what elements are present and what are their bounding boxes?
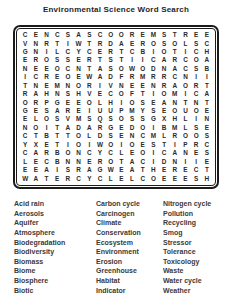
grid-cell-r4c7[interactable]: R xyxy=(84,56,95,64)
grid-cell-r10c13[interactable]: S xyxy=(148,107,159,115)
grid-cell-r5c5[interactable]: C xyxy=(63,65,74,73)
grid-cell-r13c1[interactable]: C xyxy=(20,132,31,140)
grid-cell-r9c2[interactable]: R xyxy=(31,99,42,107)
grid-cell-r14c4[interactable]: T xyxy=(52,141,63,149)
grid-cell-r10c14[interactable]: E xyxy=(159,107,170,115)
grid-cell-r17c11[interactable]: A xyxy=(127,166,138,174)
grid-cell-r5c9[interactable]: S xyxy=(105,65,116,73)
grid-cell-r12c5[interactable]: A xyxy=(63,124,74,132)
grid-cell-r14c3[interactable]: E xyxy=(41,141,52,149)
grid-cell-r9c8[interactable]: L xyxy=(95,99,106,107)
grid-cell-r1c15[interactable]: T xyxy=(169,31,180,39)
grid-cell-r4c17[interactable]: O xyxy=(191,56,202,64)
grid-cell-r15c7[interactable]: C xyxy=(84,149,95,157)
grid-cell-r10c9[interactable]: U xyxy=(105,107,116,115)
grid-cell-r15c1[interactable]: C xyxy=(20,149,31,157)
grid-cell-r13c3[interactable]: B xyxy=(41,132,52,140)
grid-cell-r11c8[interactable]: Q xyxy=(95,115,106,123)
grid-cell-r12c2[interactable]: O xyxy=(31,124,42,132)
grid-cell-r17c10[interactable]: E xyxy=(116,166,127,174)
grid-cell-r11c7[interactable]: S xyxy=(84,115,95,123)
grid-cell-r8c16[interactable]: I xyxy=(180,90,191,98)
grid-cell-r3c3[interactable]: I xyxy=(41,48,52,56)
grid-cell-r17c12[interactable]: T xyxy=(137,166,148,174)
grid-cell-r16c17[interactable]: I xyxy=(191,158,202,166)
grid-cell-r5c2[interactable]: E xyxy=(31,65,42,73)
grid-cell-r3c15[interactable]: T xyxy=(169,48,180,56)
grid-cell-r18c18[interactable]: H xyxy=(202,175,213,183)
grid-cell-r13c16[interactable]: O xyxy=(180,132,191,140)
grid-cell-r2c18[interactable]: C xyxy=(202,40,213,48)
grid-cell-r11c6[interactable]: M xyxy=(73,115,84,123)
grid-cell-r5c16[interactable]: C xyxy=(180,65,191,73)
grid-cell-r1c1[interactable]: C xyxy=(20,31,31,39)
grid-cell-r17c15[interactable]: R xyxy=(169,166,180,174)
grid-cell-r1c18[interactable]: E xyxy=(202,31,213,39)
grid-cell-r12c11[interactable]: D xyxy=(127,124,138,132)
grid-cell-r1c13[interactable]: M xyxy=(148,31,159,39)
grid-cell-r7c11[interactable]: E xyxy=(127,82,138,90)
grid-cell-r17c18[interactable]: T xyxy=(202,166,213,174)
grid-cell-r9c5[interactable]: E xyxy=(63,99,74,107)
grid-cell-r10c12[interactable]: Y xyxy=(137,107,148,115)
grid-cell-r1c2[interactable]: E xyxy=(31,31,42,39)
grid-cell-r14c18[interactable]: C xyxy=(202,141,213,149)
grid-cell-r11c12[interactable]: S xyxy=(137,115,148,123)
grid-cell-r3c1[interactable]: G xyxy=(20,48,31,56)
grid-cell-r8c15[interactable]: M xyxy=(169,90,180,98)
grid-cell-r14c7[interactable]: I xyxy=(84,141,95,149)
grid-cell-r18c2[interactable]: A xyxy=(31,175,42,183)
grid-cell-r3c11[interactable]: C xyxy=(127,48,138,56)
grid-cell-r4c4[interactable]: S xyxy=(52,56,63,64)
grid-cell-r2c14[interactable]: S xyxy=(159,40,170,48)
grid-cell-r18c4[interactable]: E xyxy=(52,175,63,183)
grid-cell-r9c7[interactable]: O xyxy=(84,99,95,107)
grid-cell-r4c16[interactable]: C xyxy=(180,56,191,64)
grid-cell-r9c6[interactable]: E xyxy=(73,99,84,107)
grid-cell-r15c4[interactable]: B xyxy=(52,149,63,157)
grid-cell-r5c6[interactable]: N xyxy=(73,65,84,73)
grid-cell-r12c4[interactable]: T xyxy=(52,124,63,132)
grid-cell-r9c15[interactable]: N xyxy=(169,99,180,107)
grid-cell-r7c15[interactable]: A xyxy=(169,82,180,90)
grid-cell-r3c4[interactable]: L xyxy=(52,48,63,56)
grid-cell-r1c17[interactable]: E xyxy=(191,31,202,39)
grid-cell-r6c12[interactable]: M xyxy=(137,73,148,81)
grid-cell-r15c9[interactable]: C xyxy=(105,149,116,157)
grid-cell-r6c10[interactable]: F xyxy=(116,73,127,81)
grid-cell-r15c6[interactable]: N xyxy=(73,149,84,157)
grid-cell-r15c14[interactable]: C xyxy=(159,149,170,157)
grid-cell-r14c1[interactable]: Y xyxy=(20,141,31,149)
grid-cell-r8c12[interactable]: T xyxy=(137,90,148,98)
grid-cell-r3c2[interactable]: N xyxy=(31,48,42,56)
grid-cell-r14c15[interactable]: I xyxy=(169,141,180,149)
grid-cell-r2c13[interactable]: O xyxy=(148,40,159,48)
grid-cell-r13c17[interactable]: O xyxy=(191,132,202,140)
grid-cell-r10c1[interactable]: G xyxy=(20,107,31,115)
grid-cell-r7c16[interactable]: O xyxy=(180,82,191,90)
grid-cell-r17c5[interactable]: S xyxy=(63,166,74,174)
grid-cell-r14c13[interactable]: S xyxy=(148,141,159,149)
grid-cell-r17c8[interactable]: G xyxy=(95,166,106,174)
grid-cell-r1c6[interactable]: A xyxy=(73,31,84,39)
grid-cell-r7c12[interactable]: E xyxy=(137,82,148,90)
grid-cell-r10c16[interactable]: U xyxy=(180,107,191,115)
grid-cell-r1c10[interactable]: O xyxy=(116,31,127,39)
grid-cell-r4c5[interactable]: S xyxy=(63,56,74,64)
grid-cell-r16c13[interactable]: I xyxy=(148,158,159,166)
grid-cell-r6c4[interactable]: E xyxy=(52,73,63,81)
grid-cell-r18c3[interactable]: T xyxy=(41,175,52,183)
grid-cell-r11c4[interactable]: S xyxy=(52,115,63,123)
grid-cell-r18c9[interactable]: L xyxy=(105,175,116,183)
grid-cell-r9c1[interactable]: O xyxy=(20,99,31,107)
grid-cell-r6c1[interactable]: I xyxy=(20,73,31,81)
grid-cell-r8c18[interactable]: A xyxy=(202,90,213,98)
grid-cell-r18c15[interactable]: E xyxy=(169,175,180,183)
grid-cell-r7c13[interactable]: N xyxy=(148,82,159,90)
grid-cell-r11c14[interactable]: X xyxy=(159,115,170,123)
grid-cell-r13c9[interactable]: S xyxy=(105,132,116,140)
grid-cell-r2c16[interactable]: L xyxy=(180,40,191,48)
grid-cell-r18c6[interactable]: C xyxy=(73,175,84,183)
grid-cell-r6c9[interactable]: D xyxy=(105,73,116,81)
grid-cell-r16c18[interactable]: E xyxy=(202,158,213,166)
grid-cell-r4c12[interactable]: I xyxy=(137,56,148,64)
grid-cell-r18c8[interactable]: C xyxy=(95,175,106,183)
grid-cell-r10c7[interactable]: I xyxy=(84,107,95,115)
grid-cell-r11c15[interactable]: H xyxy=(169,115,180,123)
grid-cell-r2c6[interactable]: W xyxy=(73,40,84,48)
grid-cell-r6c8[interactable]: A xyxy=(95,73,106,81)
grid-cell-r7c8[interactable]: I xyxy=(95,82,106,90)
grid-cell-r6c11[interactable]: R xyxy=(127,73,138,81)
grid-cell-r12c17[interactable]: S xyxy=(191,124,202,132)
grid-cell-r15c11[interactable]: E xyxy=(127,149,138,157)
grid-cell-r17c2[interactable]: E xyxy=(31,166,42,174)
grid-cell-r16c12[interactable]: C xyxy=(137,158,148,166)
grid-cell-r16c5[interactable]: N xyxy=(63,158,74,166)
grid-cell-r5c10[interactable]: O xyxy=(116,65,127,73)
grid-cell-r18c13[interactable]: O xyxy=(148,175,159,183)
grid-cell-r17c1[interactable]: E xyxy=(20,166,31,174)
grid-cell-r6c15[interactable]: C xyxy=(169,73,180,81)
grid-cell-r6c7[interactable]: W xyxy=(84,73,95,81)
grid-cell-r16c15[interactable]: N xyxy=(169,158,180,166)
grid-cell-r14c11[interactable]: O xyxy=(127,141,138,149)
grid-cell-r12c8[interactable]: R xyxy=(95,124,106,132)
grid-cell-r16c10[interactable]: T xyxy=(116,158,127,166)
grid-cell-r2c8[interactable]: R xyxy=(95,40,106,48)
grid-cell-r10c10[interactable]: P xyxy=(116,107,127,115)
grid-cell-r2c1[interactable]: V xyxy=(20,40,31,48)
grid-cell-r7c1[interactable]: T xyxy=(20,82,31,90)
grid-cell-r13c14[interactable]: L xyxy=(159,132,170,140)
grid-cell-r16c8[interactable]: R xyxy=(95,158,106,166)
grid-cell-r9c12[interactable]: S xyxy=(137,99,148,107)
grid-cell-r6c13[interactable]: R xyxy=(148,73,159,81)
grid-cell-r8c6[interactable]: H xyxy=(73,90,84,98)
grid-cell-r11c3[interactable]: O xyxy=(41,115,52,123)
grid-cell-r6c16[interactable]: N xyxy=(180,73,191,81)
grid-cell-r7c4[interactable]: M xyxy=(52,82,63,90)
grid-cell-r11c5[interactable]: V xyxy=(63,115,74,123)
grid-cell-r8c1[interactable]: R xyxy=(20,90,31,98)
grid-cell-r5c14[interactable]: N xyxy=(159,65,170,73)
grid-cell-r13c12[interactable]: C xyxy=(137,132,148,140)
grid-cell-r17c7[interactable]: A xyxy=(84,166,95,174)
grid-cell-r16c11[interactable]: A xyxy=(127,158,138,166)
grid-cell-r11c17[interactable]: I xyxy=(191,115,202,123)
grid-cell-r10c4[interactable]: A xyxy=(52,107,63,115)
grid-cell-r11c16[interactable]: L xyxy=(180,115,191,123)
grid-cell-r10c2[interactable]: E xyxy=(31,107,42,115)
grid-cell-r12c18[interactable]: E xyxy=(202,124,213,132)
grid-cell-r17c3[interactable]: A xyxy=(41,166,52,174)
grid-cell-r8c4[interactable]: N xyxy=(52,90,63,98)
grid-cell-r9c16[interactable]: T xyxy=(180,99,191,107)
grid-cell-r8c13[interactable]: I xyxy=(148,90,159,98)
grid-cell-r17c13[interactable]: H xyxy=(148,166,159,174)
grid-cell-r5c18[interactable]: B xyxy=(202,65,213,73)
grid-cell-r13c2[interactable]: T xyxy=(31,132,42,140)
grid-cell-r9c14[interactable]: A xyxy=(159,99,170,107)
grid-cell-r17c14[interactable]: E xyxy=(159,166,170,174)
grid-cell-r16c16[interactable]: I xyxy=(180,158,191,166)
grid-cell-r14c9[interactable]: O xyxy=(105,141,116,149)
grid-cell-r13c13[interactable]: M xyxy=(148,132,159,140)
grid-cell-r13c6[interactable]: O xyxy=(73,132,84,140)
grid-cell-r17c6[interactable]: R xyxy=(73,166,84,174)
grid-cell-r9c18[interactable]: T xyxy=(202,99,213,107)
grid-cell-r11c9[interactable]: S xyxy=(105,115,116,123)
grid-cell-r10c15[interactable]: O xyxy=(169,107,180,115)
grid-cell-r17c9[interactable]: W xyxy=(105,166,116,174)
grid-cell-r18c17[interactable]: S xyxy=(191,175,202,183)
grid-cell-r6c6[interactable]: E xyxy=(73,73,84,81)
grid-cell-r15c17[interactable]: E xyxy=(191,149,202,157)
grid-cell-r3c16[interactable]: I xyxy=(180,48,191,56)
grid-cell-r8c11[interactable]: F xyxy=(127,90,138,98)
grid-cell-r8c14[interactable]: O xyxy=(159,90,170,98)
grid-cell-r2c10[interactable]: A xyxy=(116,40,127,48)
grid-cell-r13c4[interactable]: T xyxy=(52,132,63,140)
grid-cell-r11c10[interactable]: O xyxy=(116,115,127,123)
grid-cell-r3c18[interactable]: H xyxy=(202,48,213,56)
grid-cell-r2c3[interactable]: R xyxy=(41,40,52,48)
grid-cell-r2c2[interactable]: N xyxy=(31,40,42,48)
grid-cell-r6c17[interactable]: I xyxy=(191,73,202,81)
grid-cell-r7c5[interactable]: N xyxy=(63,82,74,90)
grid-cell-r7c9[interactable]: V xyxy=(105,82,116,90)
grid-cell-r4c1[interactable]: E xyxy=(20,56,31,64)
grid-cell-r7c3[interactable]: E xyxy=(41,82,52,90)
grid-cell-r15c18[interactable]: S xyxy=(202,149,213,157)
grid-cell-r14c2[interactable]: X xyxy=(31,141,42,149)
grid-cell-r15c5[interactable]: O xyxy=(63,149,74,157)
grid-cell-r10c11[interactable]: M xyxy=(127,107,138,115)
grid-cell-r16c9[interactable]: O xyxy=(105,158,116,166)
grid-cell-r9c9[interactable]: H xyxy=(105,99,116,107)
grid-cell-r5c8[interactable]: A xyxy=(95,65,106,73)
grid-cell-r10c5[interactable]: R xyxy=(63,107,74,115)
grid-cell-r2c11[interactable]: E xyxy=(127,40,138,48)
grid-cell-r1c8[interactable]: C xyxy=(95,31,106,39)
grid-cell-r9c4[interactable]: G xyxy=(52,99,63,107)
grid-cell-r7c7[interactable]: R xyxy=(84,82,95,90)
grid-cell-r3c17[interactable]: C xyxy=(191,48,202,56)
grid-cell-r1c16[interactable]: R xyxy=(180,31,191,39)
grid-cell-r3c14[interactable]: O xyxy=(159,48,170,56)
grid-cell-r18c5[interactable]: R xyxy=(63,175,74,183)
grid-cell-r7c10[interactable]: N xyxy=(116,82,127,90)
grid-cell-r4c18[interactable]: A xyxy=(202,56,213,64)
grid-cell-r4c15[interactable]: R xyxy=(169,56,180,64)
grid-cell-r7c18[interactable]: T xyxy=(202,82,213,90)
grid-cell-r3c6[interactable]: Y xyxy=(73,48,84,56)
grid-cell-r5c13[interactable]: D xyxy=(148,65,159,73)
grid-cell-r16c4[interactable]: B xyxy=(52,158,63,166)
grid-cell-r8c2[interactable]: A xyxy=(31,90,42,98)
grid-cell-r6c3[interactable]: R xyxy=(41,73,52,81)
grid-cell-r11c18[interactable]: N xyxy=(202,115,213,123)
grid-cell-r13c8[interactable]: D xyxy=(95,132,106,140)
grid-cell-r4c13[interactable]: C xyxy=(148,56,159,64)
grid-cell-r8c5[interactable]: S xyxy=(63,90,74,98)
grid-cell-r1c14[interactable]: S xyxy=(159,31,170,39)
grid-cell-r5c1[interactable]: N xyxy=(20,65,31,73)
grid-cell-r17c17[interactable]: C xyxy=(191,166,202,174)
grid-cell-r2c4[interactable]: T xyxy=(52,40,63,48)
grid-cell-r5c3[interactable]: E xyxy=(41,65,52,73)
grid-cell-r4c6[interactable]: E xyxy=(73,56,84,64)
grid-cell-r5c17[interactable]: S xyxy=(191,65,202,73)
grid-cell-r3c7[interactable]: C xyxy=(84,48,95,56)
grid-cell-r3c12[interactable]: B xyxy=(137,48,148,56)
grid-cell-r14c14[interactable]: T xyxy=(159,141,170,149)
grid-cell-r14c5[interactable]: I xyxy=(63,141,74,149)
grid-cell-r12c1[interactable]: N xyxy=(20,124,31,132)
grid-cell-r5c15[interactable]: A xyxy=(169,65,180,73)
grid-cell-r9c3[interactable]: P xyxy=(41,99,52,107)
grid-cell-r2c15[interactable]: O xyxy=(169,40,180,48)
grid-cell-r6c5[interactable]: O xyxy=(63,73,74,81)
grid-cell-r1c11[interactable]: R xyxy=(127,31,138,39)
grid-cell-r2c9[interactable]: D xyxy=(105,40,116,48)
grid-cell-r1c4[interactable]: C xyxy=(52,31,63,39)
grid-cell-r6c14[interactable]: R xyxy=(159,73,170,81)
grid-cell-r8c3[interactable]: H xyxy=(41,90,52,98)
grid-cell-r16c7[interactable]: E xyxy=(84,158,95,166)
grid-cell-r2c17[interactable]: S xyxy=(191,40,202,48)
grid-cell-r14c10[interactable]: I xyxy=(116,141,127,149)
grid-cell-r14c6[interactable]: O xyxy=(73,141,84,149)
grid-cell-r9c17[interactable]: N xyxy=(191,99,202,107)
grid-cell-r15c16[interactable]: N xyxy=(180,149,191,157)
grid-cell-r12c3[interactable]: I xyxy=(41,124,52,132)
grid-cell-r13c11[interactable]: N xyxy=(127,132,138,140)
grid-cell-r10c6[interactable]: E xyxy=(73,107,84,115)
grid-cell-r15c10[interactable]: L xyxy=(116,149,127,157)
grid-cell-r7c2[interactable]: N xyxy=(31,82,42,90)
grid-cell-r10c17[interactable]: O xyxy=(191,107,202,115)
grid-cell-r4c14[interactable]: A xyxy=(159,56,170,64)
grid-cell-r12c9[interactable]: G xyxy=(105,124,116,132)
grid-cell-r4c9[interactable]: S xyxy=(105,56,116,64)
grid-cell-r13c7[interactable]: L xyxy=(84,132,95,140)
grid-cell-r15c3[interactable]: R xyxy=(41,149,52,157)
grid-cell-r18c16[interactable]: E xyxy=(180,175,191,183)
grid-cell-r12c13[interactable]: I xyxy=(148,124,159,132)
grid-cell-r11c1[interactable]: E xyxy=(20,115,31,123)
grid-cell-r4c10[interactable]: T xyxy=(116,56,127,64)
grid-cell-r12c10[interactable]: E xyxy=(116,124,127,132)
grid-cell-r16c1[interactable]: L xyxy=(20,158,31,166)
grid-cell-r16c2[interactable]: E xyxy=(31,158,42,166)
grid-cell-r9c13[interactable]: E xyxy=(148,99,159,107)
grid-cell-r16c14[interactable]: D xyxy=(159,158,170,166)
grid-cell-r6c2[interactable]: C xyxy=(31,73,42,81)
grid-cell-r18c10[interactable]: E xyxy=(116,175,127,183)
grid-cell-r2c12[interactable]: R xyxy=(137,40,148,48)
grid-cell-r18c12[interactable]: C xyxy=(137,175,148,183)
grid-cell-r9c10[interactable]: I xyxy=(116,99,127,107)
grid-cell-r3c5[interactable]: C xyxy=(63,48,74,56)
grid-cell-r3c10[interactable]: T xyxy=(116,48,127,56)
grid-cell-r4c2[interactable]: R xyxy=(31,56,42,64)
grid-cell-r16c3[interactable]: C xyxy=(41,158,52,166)
grid-cell-r1c12[interactable]: E xyxy=(137,31,148,39)
grid-cell-r3c9[interactable]: R xyxy=(105,48,116,56)
grid-cell-r18c7[interactable]: Y xyxy=(84,175,95,183)
grid-cell-r10c3[interactable]: S xyxy=(41,107,52,115)
grid-cell-r10c8[interactable]: U xyxy=(95,107,106,115)
grid-cell-r5c7[interactable]: T xyxy=(84,65,95,73)
grid-cell-r7c17[interactable]: R xyxy=(191,82,202,90)
grid-cell-r1c3[interactable]: N xyxy=(41,31,52,39)
grid-cell-r17c4[interactable]: I xyxy=(52,166,63,174)
grid-cell-r2c7[interactable]: T xyxy=(84,40,95,48)
grid-cell-r8c17[interactable]: C xyxy=(191,90,202,98)
grid-cell-r13c15[interactable]: R xyxy=(169,132,180,140)
grid-cell-r15c8[interactable]: Y xyxy=(95,149,106,157)
grid-cell-r14c8[interactable]: W xyxy=(95,141,106,149)
grid-cell-r11c2[interactable]: L xyxy=(31,115,42,123)
grid-cell-r10c18[interactable]: E xyxy=(202,107,213,115)
grid-cell-r9c11[interactable]: O xyxy=(127,99,138,107)
grid-cell-r3c13[interactable]: I xyxy=(148,48,159,56)
grid-cell-r13c18[interactable]: S xyxy=(202,132,213,140)
grid-cell-r18c11[interactable]: L xyxy=(127,175,138,183)
grid-cell-r14c17[interactable]: R xyxy=(191,141,202,149)
grid-cell-r15c15[interactable]: A xyxy=(169,149,180,157)
grid-cell-r12c14[interactable]: B xyxy=(159,124,170,132)
grid-cell-r17c16[interactable]: E xyxy=(180,166,191,174)
grid-cell-r8c10[interactable]: O xyxy=(116,90,127,98)
grid-cell-r5c12[interactable]: O xyxy=(137,65,148,73)
grid-cell-r1c5[interactable]: S xyxy=(63,31,74,39)
grid-cell-r14c16[interactable]: P xyxy=(180,141,191,149)
grid-cell-r12c7[interactable]: A xyxy=(84,124,95,132)
grid-cell-r6c18[interactable]: I xyxy=(202,73,213,81)
grid-cell-r15c13[interactable]: I xyxy=(148,149,159,157)
grid-cell-r18c1[interactable]: W xyxy=(20,175,31,183)
grid-cell-r1c7[interactable]: S xyxy=(84,31,95,39)
grid-cell-r5c4[interactable]: O xyxy=(52,65,63,73)
grid-cell-r7c6[interactable]: O xyxy=(73,82,84,90)
